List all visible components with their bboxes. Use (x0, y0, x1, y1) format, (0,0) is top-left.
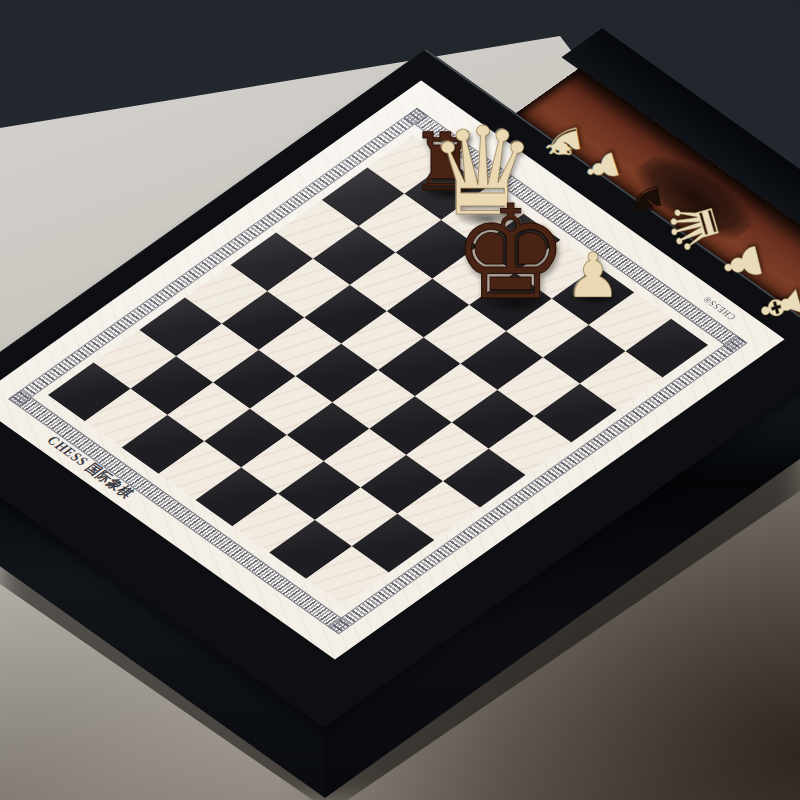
chess-set-photo: CHESS 国际象棋 CHESS® ♞♞♟♛♟♝ ♜♛♚♟ (0, 0, 800, 800)
